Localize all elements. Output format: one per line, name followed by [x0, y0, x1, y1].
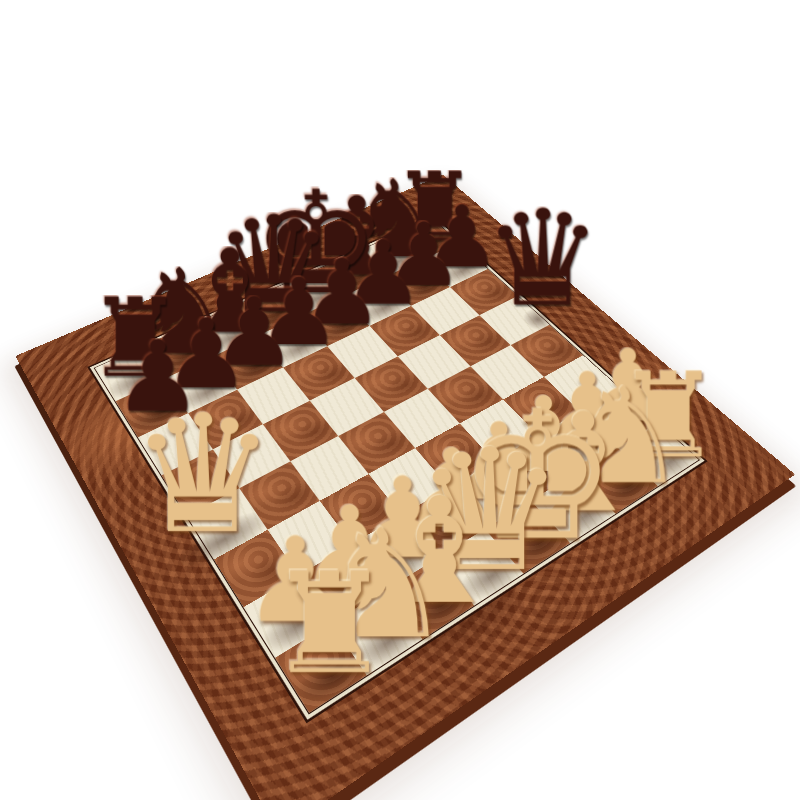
white-rook: ♜ — [267, 569, 392, 681]
board-squares: ♜♞♝♛♚♝♞♜♟♟♟♟♟♟♟♟♛♛♟♟♟♟♟♟♟♟♜♞♝♛♚♝♞♜ — [94, 218, 700, 714]
chess-board: ♜♞♝♛♚♝♞♜♟♟♟♟♟♟♟♟♛♛♟♟♟♟♟♟♟♟♜♞♝♛♚♝♞♜ — [15, 175, 795, 800]
board-rim: ♜♞♝♛♚♝♞♜♟♟♟♟♟♟♟♟♛♛♟♟♟♟♟♟♟♟♜♞♝♛♚♝♞♜ — [15, 175, 795, 800]
square-a1: ♜ — [275, 623, 367, 713]
spare-black-queen: ♛ — [483, 206, 602, 312]
playing-area-frame: ♜♞♝♛♚♝♞♜♟♟♟♟♟♟♟♟♛♛♟♟♟♟♟♟♟♟♜♞♝♛♚♝♞♜ — [87, 214, 707, 723]
chess-set-photo: ♜♞♝♛♚♝♞♜♟♟♟♟♟♟♟♟♛♛♟♟♟♟♟♟♟♟♜♞♝♛♚♝♞♜ — [0, 0, 800, 800]
